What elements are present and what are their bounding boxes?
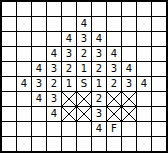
cell-distance-r4c6: 2	[92, 62, 106, 76]
cell-empty-r8c1	[17, 122, 31, 136]
cell-empty-r1c0	[2, 17, 16, 31]
cell-distance-r6c3: 3	[47, 92, 61, 106]
cell-empty-r7c1	[17, 107, 31, 121]
cell-empty-r1c6	[92, 17, 106, 31]
cell-empty-r5c0	[2, 77, 16, 91]
cell-blocked-r7c4	[62, 107, 76, 121]
cell-empty-r1c7	[107, 17, 121, 31]
cell-empty-r0c7	[107, 2, 121, 16]
cell-empty-r9c3	[47, 137, 61, 151]
cell-distance-r3c7: 4	[107, 47, 121, 61]
cell-empty-r1c10	[152, 17, 166, 31]
cell-empty-r0c0	[2, 2, 16, 16]
cell-empty-r3c9	[137, 47, 151, 61]
cell-distance-r5c9: 4	[137, 77, 151, 91]
cell-distance-r5c3: 2	[47, 77, 61, 91]
cell-empty-r2c3	[47, 32, 61, 46]
cell-empty-r9c0	[2, 137, 16, 151]
cell-empty-r2c8	[122, 32, 136, 46]
cell-empty-r7c9	[137, 107, 151, 121]
cell-empty-r3c0	[2, 47, 16, 61]
cell-distance-r5c4: 1	[62, 77, 76, 91]
cell-distance-r5c1: 4	[17, 77, 31, 91]
cell-distance-r1c5: 4	[77, 17, 91, 31]
cell-empty-r9c4	[62, 137, 76, 151]
cell-empty-r3c8	[122, 47, 136, 61]
cell-distance-r4c4: 2	[62, 62, 76, 76]
cell-distance-r3c4: 3	[62, 47, 76, 61]
cell-empty-r0c8	[122, 2, 136, 16]
cell-empty-r0c5	[77, 2, 91, 16]
board: 44344323443212344321S1234432434F	[0, 0, 168, 153]
cell-empty-r1c4	[62, 17, 76, 31]
cell-distance-r5c6: 1	[92, 77, 106, 91]
cell-blocked-r6c5	[77, 92, 91, 106]
cell-empty-r8c0	[2, 122, 16, 136]
cell-blocked-r7c7	[107, 107, 121, 121]
cell-empty-r2c0	[2, 32, 16, 46]
cell-empty-r0c9	[137, 2, 151, 16]
cell-empty-r1c8	[122, 17, 136, 31]
cell-empty-r3c1	[17, 47, 31, 61]
cell-empty-r2c2	[32, 32, 46, 46]
cell-empty-r4c1	[17, 62, 31, 76]
cell-distance-r5c8: 3	[122, 77, 136, 91]
cell-empty-r9c5	[77, 137, 91, 151]
cell-empty-r5c10	[152, 77, 166, 91]
cell-distance-r5c2: 3	[32, 77, 46, 91]
cell-empty-r7c2	[32, 107, 46, 121]
cell-empty-r7c0	[2, 107, 16, 121]
cell-empty-r8c10	[152, 122, 166, 136]
cell-blocked-r6c4	[62, 92, 76, 106]
cell-empty-r9c8	[122, 137, 136, 151]
cell-empty-r0c6	[92, 2, 106, 16]
cell-empty-r2c9	[137, 32, 151, 46]
cell-empty-r8c2	[32, 122, 46, 136]
cell-empty-r2c10	[152, 32, 166, 46]
cell-empty-r4c9	[137, 62, 151, 76]
cell-distance-r4c3: 3	[47, 62, 61, 76]
cell-empty-r3c10	[152, 47, 166, 61]
cell-distance-r7c3: 4	[47, 107, 61, 121]
cell-distance-r4c2: 4	[32, 62, 46, 76]
cell-finish: F	[107, 122, 121, 136]
cell-empty-r3c2	[32, 47, 46, 61]
pathfinding-diagram: 44344323443212344321S1234432434F	[0, 0, 168, 153]
cell-blocked-r7c8	[122, 107, 136, 121]
cell-empty-r2c1	[17, 32, 31, 46]
cell-start: S	[77, 77, 91, 91]
cell-empty-r9c6	[92, 137, 106, 151]
cell-empty-r9c9	[137, 137, 151, 151]
cell-empty-r0c4	[62, 2, 76, 16]
cell-distance-r7c6: 3	[92, 107, 106, 121]
cell-distance-r6c6: 2	[92, 92, 106, 106]
cell-distance-r4c7: 3	[107, 62, 121, 76]
cell-empty-r8c5	[77, 122, 91, 136]
cell-empty-r9c1	[17, 137, 31, 151]
cell-blocked-r6c7	[107, 92, 121, 106]
cell-empty-r6c0	[2, 92, 16, 106]
cell-distance-r3c3: 4	[47, 47, 61, 61]
cell-empty-r1c3	[47, 17, 61, 31]
cell-empty-r0c2	[32, 2, 46, 16]
cell-empty-r4c0	[2, 62, 16, 76]
cell-empty-r9c2	[32, 137, 46, 151]
cell-empty-r7c10	[152, 107, 166, 121]
cell-empty-r9c10	[152, 137, 166, 151]
cell-empty-r1c9	[137, 17, 151, 31]
cell-empty-r0c3	[47, 2, 61, 16]
cell-empty-r1c1	[17, 17, 31, 31]
cell-empty-r1c2	[32, 17, 46, 31]
cell-distance-r6c2: 4	[32, 92, 46, 106]
cell-distance-r2c5: 3	[77, 32, 91, 46]
cell-empty-r8c4	[62, 122, 76, 136]
cell-distance-r8c6: 4	[92, 122, 106, 136]
cell-distance-r3c5: 2	[77, 47, 91, 61]
cell-blocked-r7c5	[77, 107, 91, 121]
cell-distance-r4c8: 4	[122, 62, 136, 76]
cell-empty-r0c10	[152, 2, 166, 16]
cell-empty-r8c9	[137, 122, 151, 136]
cell-empty-r6c9	[137, 92, 151, 106]
cell-distance-r3c6: 3	[92, 47, 106, 61]
cell-empty-r8c8	[122, 122, 136, 136]
cell-empty-r6c1	[17, 92, 31, 106]
cell-empty-r8c3	[47, 122, 61, 136]
cell-empty-r0c1	[17, 2, 31, 16]
cell-distance-r4c5: 1	[77, 62, 91, 76]
cell-empty-r9c7	[107, 137, 121, 151]
cell-distance-r5c7: 2	[107, 77, 121, 91]
cell-empty-r2c7	[107, 32, 121, 46]
cell-distance-r2c4: 4	[62, 32, 76, 46]
cell-distance-r2c6: 4	[92, 32, 106, 46]
cell-blocked-r6c8	[122, 92, 136, 106]
cell-empty-r4c10	[152, 62, 166, 76]
cell-empty-r6c10	[152, 92, 166, 106]
